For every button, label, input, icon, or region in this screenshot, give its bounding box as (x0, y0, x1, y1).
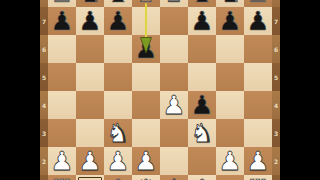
square-h8[interactable]: ♜ (244, 0, 272, 7)
rank-label-4-left: 4 (42, 103, 46, 109)
piece-white-knight: ♞ (190, 119, 213, 147)
rank-strip-segment-8-left: 8 (40, 0, 48, 7)
square-d2[interactable]: ♟ (132, 147, 160, 175)
square-g5[interactable] (216, 63, 244, 91)
square-c1[interactable]: ♝ (104, 175, 132, 180)
rank-strip-right-segments: 87654321 (272, 0, 280, 180)
square-f8[interactable]: ♝ (188, 0, 216, 7)
square-g6[interactable] (216, 35, 244, 63)
piece-black-king: ♚ (162, 0, 185, 7)
letterbox-left (0, 0, 40, 180)
piece-white-pawn: ♟ (162, 91, 185, 119)
rank-strip-segment-6-left: 6 (40, 35, 48, 63)
square-e5[interactable] (160, 63, 188, 91)
piece-black-knight: ♞ (218, 0, 241, 7)
rank-label-2-right: 2 (274, 159, 278, 165)
rank-strip-right: 87654321 (272, 0, 280, 180)
rank-strip-left: 87654321 (40, 0, 48, 180)
square-c5[interactable] (104, 63, 132, 91)
square-a5[interactable] (48, 63, 76, 91)
piece-black-pawn: ♟ (190, 91, 213, 119)
rank-strip-left-segments: 87654321 (40, 0, 48, 180)
piece-white-pawn: ♟ (78, 147, 101, 175)
square-b1[interactable] (76, 175, 104, 180)
square-d8[interactable]: ♛ (132, 0, 160, 7)
square-e1[interactable]: ♚ (160, 175, 188, 180)
piece-black-bishop: ♝ (106, 0, 129, 7)
piece-black-knight: ♞ (78, 0, 101, 7)
square-b4[interactable] (76, 91, 104, 119)
rank-strip-segment-7-left: 7 (40, 7, 48, 35)
square-e4[interactable]: ♟ (160, 91, 188, 119)
piece-black-pawn: ♟ (246, 7, 269, 35)
square-h4[interactable] (244, 91, 272, 119)
rank-label-5-right: 5 (274, 75, 278, 81)
square-a7[interactable]: ♟ (48, 7, 76, 35)
piece-white-pawn: ♟ (218, 147, 241, 175)
square-e7[interactable] (160, 7, 188, 35)
square-h1[interactable]: ♜ (244, 175, 272, 180)
square-c8[interactable]: ♝ (104, 0, 132, 7)
square-c2[interactable]: ♟ (104, 147, 132, 175)
piece-white-queen: ♛ (134, 175, 157, 180)
piece-white-bishop: ♝ (190, 175, 213, 180)
piece-white-pawn: ♟ (50, 147, 73, 175)
piece-black-rook: ♜ (50, 0, 73, 7)
square-g4[interactable] (216, 91, 244, 119)
letterbox-right (280, 0, 320, 180)
rank-strip-segment-1-left: 1 (40, 175, 48, 180)
piece-white-pawn: ♟ (246, 147, 269, 175)
square-a1[interactable]: ♜ (48, 175, 76, 180)
piece-black-pawn: ♟ (106, 7, 129, 35)
rank-strip-segment-6-right: 6 (272, 35, 280, 63)
piece-white-pawn: ♟ (106, 147, 129, 175)
square-h2[interactable]: ♟ (244, 147, 272, 175)
piece-black-pawn: ♟ (190, 7, 213, 35)
square-c4[interactable] (104, 91, 132, 119)
board-squares: ♜♞♝♛♚♝♞♜♟♟♟♟♟♟♟♟♟♞♞♟♟♟♟♟♟♜♝♛♚♝♜ (48, 0, 272, 180)
square-d3[interactable] (132, 119, 160, 147)
rank-strip-segment-7-right: 7 (272, 7, 280, 35)
square-d7[interactable] (132, 7, 160, 35)
rank-strip-segment-2-right: 2 (272, 147, 280, 175)
square-h6[interactable] (244, 35, 272, 63)
rank-label-2-left: 2 (42, 159, 46, 165)
square-f4[interactable]: ♟ (188, 91, 216, 119)
piece-white-knight: ♞ (106, 119, 129, 147)
square-c7[interactable]: ♟ (104, 7, 132, 35)
square-g1[interactable] (216, 175, 244, 180)
square-a3[interactable] (48, 119, 76, 147)
square-e6[interactable] (160, 35, 188, 63)
square-d6[interactable]: ♟ (132, 35, 160, 63)
square-b8[interactable]: ♞ (76, 0, 104, 7)
chess-board: 87654321 ♜♞♝♛♚♝♞♜♟♟♟♟♟♟♟♟♟♞♞♟♟♟♟♟♟♜♝♛♚♝♜… (40, 0, 280, 180)
square-b2[interactable]: ♟ (76, 147, 104, 175)
piece-black-pawn: ♟ (218, 7, 241, 35)
square-b6[interactable] (76, 35, 104, 63)
rank-label-5-left: 5 (42, 75, 46, 81)
rank-label-7-left: 7 (42, 19, 46, 25)
square-d5[interactable] (132, 63, 160, 91)
rank-strip-segment-5-right: 5 (272, 63, 280, 91)
piece-white-pawn: ♟ (134, 147, 157, 175)
square-h5[interactable] (244, 63, 272, 91)
square-c3[interactable]: ♞ (104, 119, 132, 147)
piece-black-pawn: ♟ (134, 35, 157, 63)
square-f3[interactable]: ♞ (188, 119, 216, 147)
piece-white-rook: ♜ (50, 175, 73, 180)
square-f2[interactable] (188, 147, 216, 175)
square-d1[interactable]: ♛ (132, 175, 160, 180)
square-b3[interactable] (76, 119, 104, 147)
rank-label-6-left: 6 (42, 47, 46, 53)
piece-white-king: ♚ (162, 175, 185, 180)
square-g2[interactable]: ♟ (216, 147, 244, 175)
piece-black-pawn: ♟ (50, 7, 73, 35)
highlight-square-b1 (78, 177, 102, 180)
square-g3[interactable] (216, 119, 244, 147)
board-squares-wrap: ♜♞♝♛♚♝♞♜♟♟♟♟♟♟♟♟♟♞♞♟♟♟♟♟♟♜♝♛♚♝♜ (48, 0, 272, 180)
video-frame: 87654321 ♜♞♝♛♚♝♞♜♟♟♟♟♟♟♟♟♟♞♞♟♟♟♟♟♟♜♝♛♚♝♜… (0, 0, 320, 180)
square-h7[interactable]: ♟ (244, 7, 272, 35)
rank-strip-segment-2-left: 2 (40, 147, 48, 175)
rank-label-6-right: 6 (274, 47, 278, 53)
rank-strip-segment-8-right: 8 (272, 0, 280, 7)
rank-label-3-left: 3 (42, 131, 46, 137)
square-a2[interactable]: ♟ (48, 147, 76, 175)
square-f7[interactable]: ♟ (188, 7, 216, 35)
square-e2[interactable] (160, 147, 188, 175)
square-f1[interactable]: ♝ (188, 175, 216, 180)
piece-black-rook: ♜ (246, 0, 269, 7)
rank-label-4-right: 4 (274, 103, 278, 109)
square-d4[interactable] (132, 91, 160, 119)
rank-strip-segment-1-right: 1 (272, 175, 280, 180)
square-f5[interactable] (188, 63, 216, 91)
rank-strip-segment-3-left: 3 (40, 119, 48, 147)
square-a8[interactable]: ♜ (48, 0, 76, 7)
rank-label-3-right: 3 (274, 131, 278, 137)
piece-white-bishop: ♝ (106, 175, 129, 180)
rank-strip-segment-3-right: 3 (272, 119, 280, 147)
square-b7[interactable]: ♟ (76, 7, 104, 35)
square-g8[interactable]: ♞ (216, 0, 244, 7)
square-b5[interactable] (76, 63, 104, 91)
rank-strip-segment-5-left: 5 (40, 63, 48, 91)
piece-black-bishop: ♝ (190, 0, 213, 7)
rank-strip-segment-4-right: 4 (272, 91, 280, 119)
square-e3[interactable] (160, 119, 188, 147)
square-c6[interactable] (104, 35, 132, 63)
square-h3[interactable] (244, 119, 272, 147)
square-e8[interactable]: ♚ (160, 0, 188, 7)
rank-strip-segment-4-left: 4 (40, 91, 48, 119)
square-f6[interactable] (188, 35, 216, 63)
square-g7[interactable]: ♟ (216, 7, 244, 35)
piece-black-queen: ♛ (134, 0, 157, 7)
square-a4[interactable] (48, 91, 76, 119)
piece-white-rook: ♜ (246, 175, 269, 180)
square-a6[interactable] (48, 35, 76, 63)
piece-black-pawn: ♟ (78, 7, 101, 35)
rank-label-7-right: 7 (274, 19, 278, 25)
